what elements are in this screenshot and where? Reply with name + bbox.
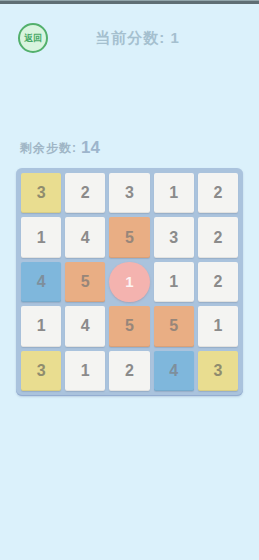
tile-r2c5[interactable]: 2 <box>198 217 238 257</box>
tile-r4c5[interactable]: 1 <box>198 306 238 346</box>
tile-r2c3[interactable]: 5 <box>109 217 149 257</box>
tile-r5c1[interactable]: 3 <box>21 351 61 391</box>
tile-r4c4[interactable]: 5 <box>154 306 194 346</box>
tile-r1c1[interactable]: 3 <box>21 173 61 213</box>
tile-r4c2[interactable]: 4 <box>65 306 105 346</box>
tile-r3c5[interactable]: 2 <box>198 262 238 302</box>
tile-r1c5[interactable]: 2 <box>198 173 238 213</box>
tile-r5c3[interactable]: 2 <box>109 351 149 391</box>
tile-r1c2[interactable]: 2 <box>65 173 105 213</box>
tile-r5c5[interactable]: 3 <box>198 351 238 391</box>
steps-value: 14 <box>81 138 100 158</box>
tile-r5c4[interactable]: 4 <box>154 351 194 391</box>
header: 返回 当前分数: 1 <box>0 20 259 56</box>
status-bar <box>0 0 259 4</box>
tile-r2c1[interactable]: 1 <box>21 217 61 257</box>
game-board: 3231214532451121455131243 <box>16 168 243 396</box>
tile-r1c3[interactable]: 3 <box>109 173 149 213</box>
tile-r5c2[interactable]: 1 <box>65 351 105 391</box>
app-screen: 返回 当前分数: 1 剩余步数: 14 32312145324511214551… <box>0 0 259 560</box>
tile-r1c4[interactable]: 1 <box>154 173 194 213</box>
tile-r4c1[interactable]: 1 <box>21 306 61 346</box>
tile-r2c2[interactable]: 4 <box>65 217 105 257</box>
steps-remaining: 剩余步数: 14 <box>20 137 100 159</box>
tile-r3c4[interactable]: 1 <box>154 262 194 302</box>
score-title: 当前分数: 1 <box>0 20 259 56</box>
tile-r2c4[interactable]: 3 <box>154 217 194 257</box>
tile-r3c3[interactable]: 1 <box>109 262 149 302</box>
tile-r4c3[interactable]: 5 <box>109 306 149 346</box>
tile-r3c2[interactable]: 5 <box>65 262 105 302</box>
steps-label: 剩余步数: <box>20 140 77 157</box>
tile-r3c1[interactable]: 4 <box>21 262 61 302</box>
